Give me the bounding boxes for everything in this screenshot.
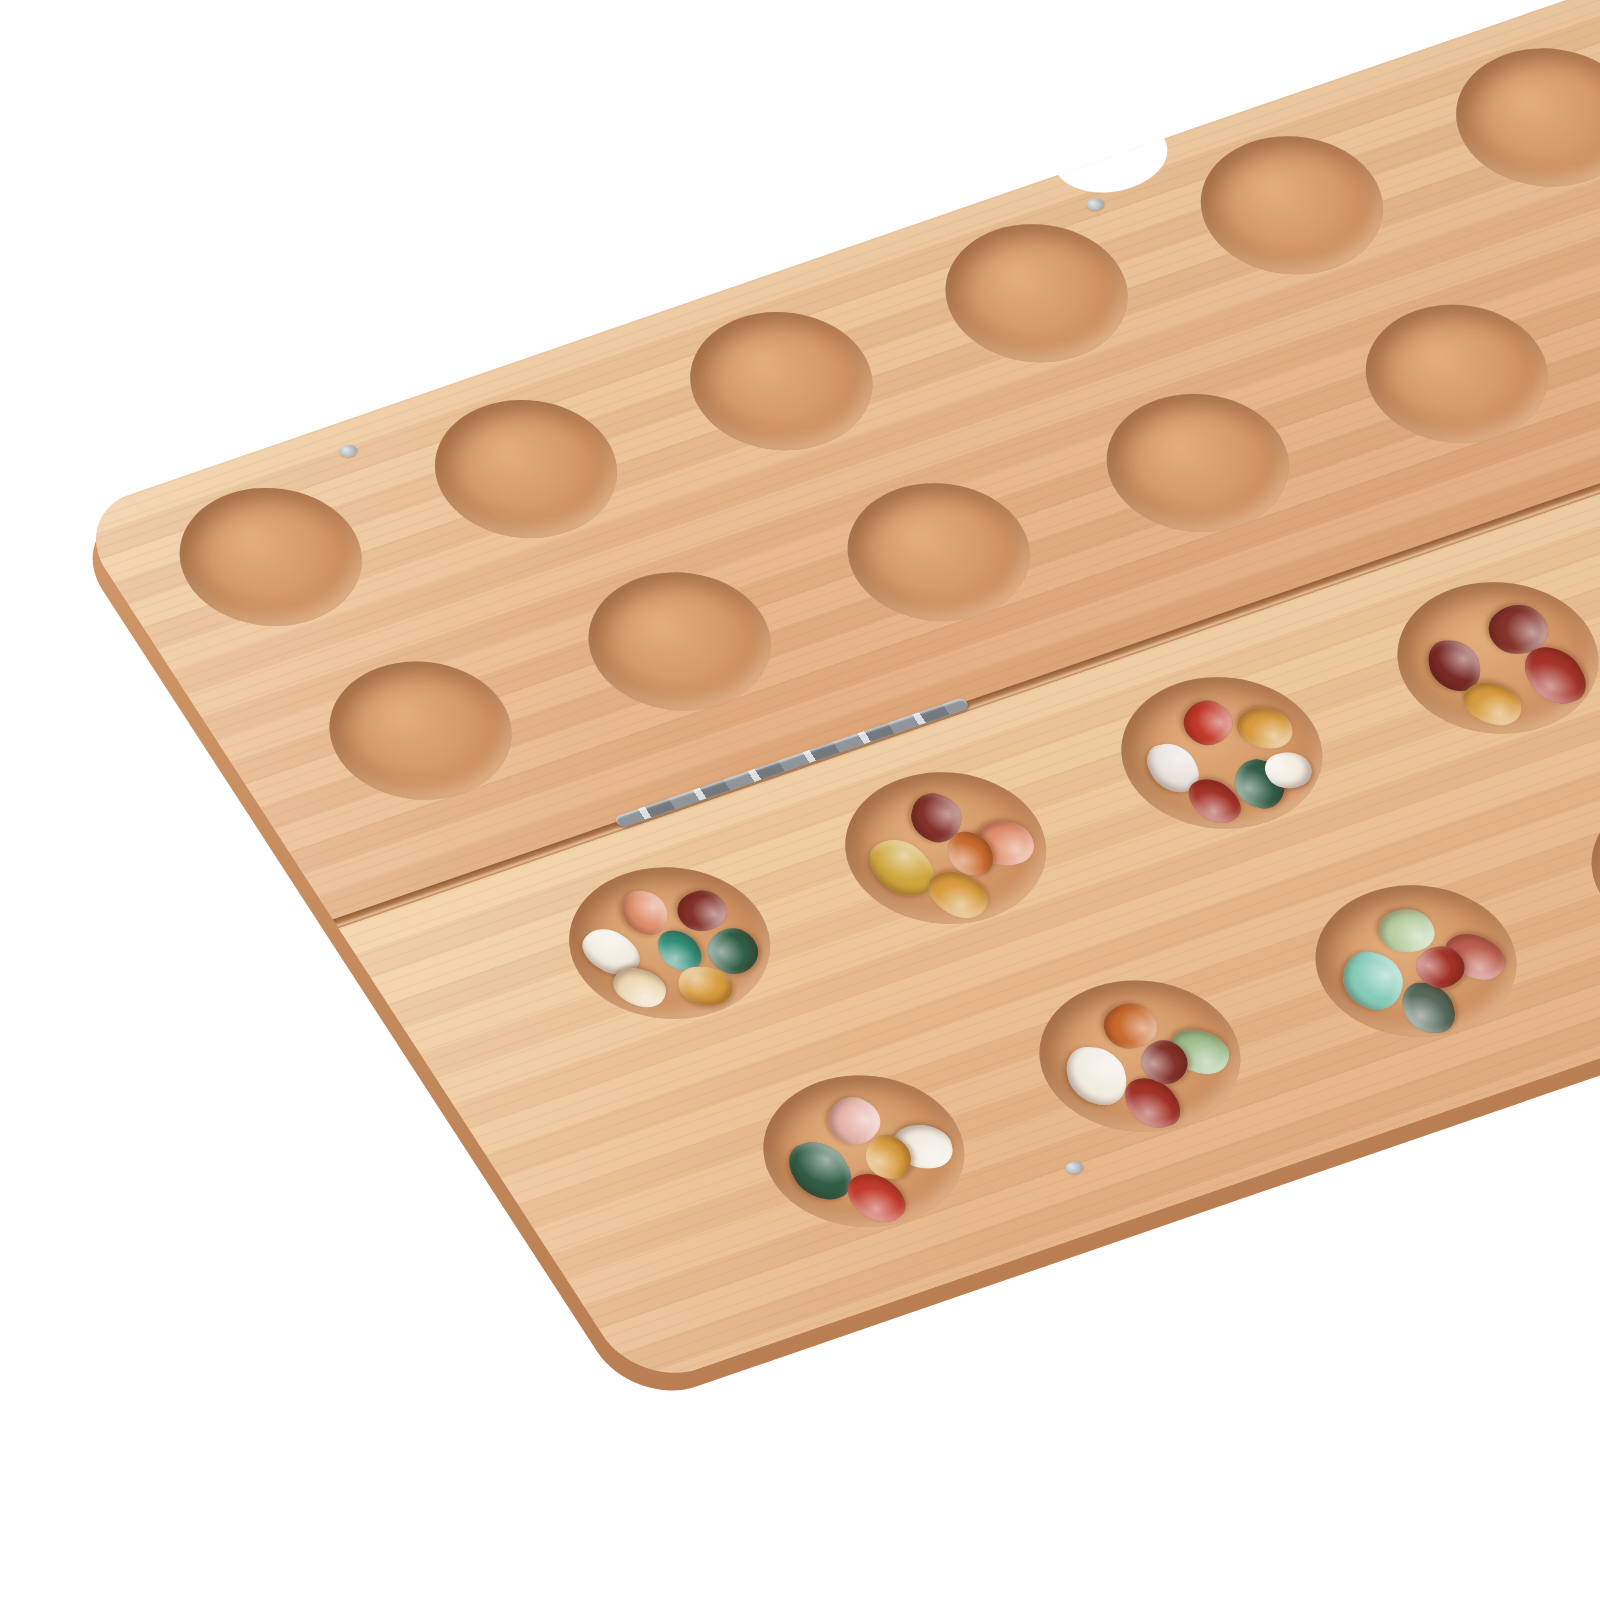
mancala-board [70,0,1600,1390]
photo-background [0,0,1600,1600]
